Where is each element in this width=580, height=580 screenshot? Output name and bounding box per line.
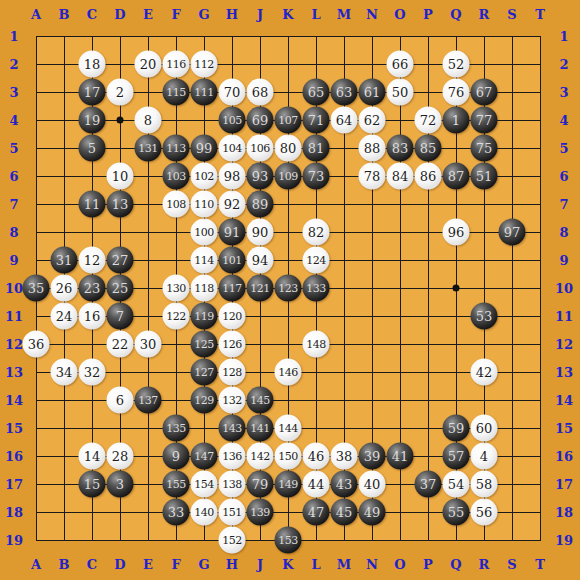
row-label-left-17: 17 [5,478,23,491]
stone-black-g11-move-119[interactable]: 119 [191,303,218,330]
row-label-left-19: 19 [5,534,23,547]
stone-white-b10-move-26[interactable]: 26 [51,275,78,302]
stone-black-c17-move-15[interactable]: 15 [79,471,106,498]
stone-white-r16-move-4[interactable]: 4 [471,443,498,470]
stone-black-b9-move-31[interactable]: 31 [51,247,78,274]
row-label-left-8: 8 [9,226,18,239]
stone-black-d11-move-7[interactable]: 7 [107,303,134,330]
column-label-bottom-o: O [394,558,405,571]
stone-white-g2-move-112[interactable]: 112 [191,51,218,78]
column-label-top-c: C [87,8,97,21]
stone-white-j9-move-94[interactable]: 94 [247,247,274,274]
stone-black-f17-move-155[interactable]: 155 [163,471,190,498]
stone-black-f18-move-33[interactable]: 33 [163,499,190,526]
go-board-screen: 1234567891011121314151617181920222324252… [0,0,580,580]
row-label-right-11: 11 [555,310,573,323]
stone-black-d17-move-3[interactable]: 3 [107,471,134,498]
stone-black-f15-move-135[interactable]: 135 [163,415,190,442]
stone-white-a12-move-36[interactable]: 36 [23,331,50,358]
row-label-right-4: 4 [559,114,568,127]
stone-white-d14-move-6[interactable]: 6 [107,387,134,414]
stone-white-e4-move-8[interactable]: 8 [135,107,162,134]
stone-black-m17-move-43[interactable]: 43 [331,471,358,498]
row-label-right-17: 17 [555,478,573,491]
row-label-left-15: 15 [5,422,23,435]
stone-black-h9-move-101[interactable]: 101 [219,247,246,274]
stone-white-l12-move-148[interactable]: 148 [303,331,330,358]
column-label-bottom-d: D [114,558,125,571]
grid-line-vertical [512,36,513,541]
stone-black-j4-move-69[interactable]: 69 [247,107,274,134]
column-label-top-p: P [423,8,433,21]
row-label-right-14: 14 [555,394,573,407]
stone-white-f11-move-122[interactable]: 122 [163,303,190,330]
stone-white-c2-move-18[interactable]: 18 [79,51,106,78]
stone-white-q17-move-54[interactable]: 54 [443,471,470,498]
stone-black-p17-move-37[interactable]: 37 [415,471,442,498]
stone-white-o3-move-50[interactable]: 50 [387,79,414,106]
stone-white-l8-move-82[interactable]: 82 [303,219,330,246]
stone-black-f16-move-9[interactable]: 9 [163,443,190,470]
column-label-bottom-s: S [507,558,516,571]
stone-white-h6-move-98[interactable]: 98 [219,163,246,190]
stone-white-h14-move-132[interactable]: 132 [219,387,246,414]
column-label-top-e: E [143,8,153,21]
stone-white-c9-move-12[interactable]: 12 [79,247,106,274]
stone-black-k19-move-153[interactable]: 153 [275,527,302,554]
stone-white-h3-move-70[interactable]: 70 [219,79,246,106]
stone-black-g13-move-127[interactable]: 127 [191,359,218,386]
column-label-bottom-g: G [198,558,209,571]
column-label-top-o: O [394,8,405,21]
stone-black-d7-move-13[interactable]: 13 [107,191,134,218]
stone-white-d12-move-22[interactable]: 22 [107,331,134,358]
stone-black-f6-move-103[interactable]: 103 [163,163,190,190]
row-label-right-16: 16 [555,450,573,463]
row-label-left-14: 14 [5,394,23,407]
stone-black-f5-move-113[interactable]: 113 [163,135,190,162]
stone-white-h5-move-104[interactable]: 104 [219,135,246,162]
column-label-bottom-r: R [479,558,490,571]
stone-black-q15-move-59[interactable]: 59 [443,415,470,442]
stone-black-d10-move-25[interactable]: 25 [107,275,134,302]
stone-white-o6-move-84[interactable]: 84 [387,163,414,190]
stone-black-k17-move-149[interactable]: 149 [275,471,302,498]
stone-black-h15-move-143[interactable]: 143 [219,415,246,442]
stone-black-g12-move-125[interactable]: 125 [191,331,218,358]
stone-black-g3-move-111[interactable]: 111 [191,79,218,106]
row-label-left-5: 5 [9,142,18,155]
stone-black-c10-move-23[interactable]: 23 [79,275,106,302]
stone-black-c3-move-17[interactable]: 17 [79,79,106,106]
column-label-top-h: H [226,8,238,21]
stone-white-n6-move-78[interactable]: 78 [359,163,386,190]
stone-white-p6-move-86[interactable]: 86 [415,163,442,190]
stone-white-n4-move-62[interactable]: 62 [359,107,386,134]
stone-black-o16-move-41[interactable]: 41 [387,443,414,470]
column-label-bottom-q: Q [450,558,461,571]
stone-black-j6-move-93[interactable]: 93 [247,163,274,190]
stone-white-l16-move-46[interactable]: 46 [303,443,330,470]
stone-white-g18-move-140[interactable]: 140 [191,499,218,526]
star-point-q10 [453,285,460,292]
stone-black-h8-move-91[interactable]: 91 [219,219,246,246]
column-label-bottom-l: L [311,558,320,571]
stone-black-c4-move-19[interactable]: 19 [79,107,106,134]
stone-white-k13-move-146[interactable]: 146 [275,359,302,386]
go-board[interactable]: 1234567891011121314151617181920222324252… [36,36,541,541]
row-label-right-1: 1 [559,30,568,43]
stone-white-k16-move-150[interactable]: 150 [275,443,302,470]
row-label-left-10: 10 [5,282,23,295]
column-label-bottom-a: A [31,558,41,571]
stone-black-g16-move-147[interactable]: 147 [191,443,218,470]
stone-white-g8-move-100[interactable]: 100 [191,219,218,246]
stone-white-m16-move-38[interactable]: 38 [331,443,358,470]
stone-white-b13-move-34[interactable]: 34 [51,359,78,386]
stone-white-h17-move-138[interactable]: 138 [219,471,246,498]
stone-white-j3-move-68[interactable]: 68 [247,79,274,106]
column-label-bottom-c: C [87,558,97,571]
row-label-left-1: 1 [9,30,18,43]
column-label-bottom-h: H [226,558,238,571]
stone-white-h18-move-151[interactable]: 151 [219,499,246,526]
row-label-left-6: 6 [9,170,18,183]
column-label-bottom-t: T [535,558,545,571]
column-label-top-d: D [114,8,125,21]
stone-white-c11-move-16[interactable]: 16 [79,303,106,330]
stone-white-h7-move-92[interactable]: 92 [219,191,246,218]
stone-white-q3-move-76[interactable]: 76 [443,79,470,106]
stone-black-h10-move-117[interactable]: 117 [219,275,246,302]
row-label-right-18: 18 [555,506,573,519]
stone-black-r4-move-77[interactable]: 77 [471,107,498,134]
stone-black-r3-move-67[interactable]: 67 [471,79,498,106]
row-label-left-2: 2 [9,58,18,71]
stone-black-f3-move-115[interactable]: 115 [163,79,190,106]
stone-white-r18-move-56[interactable]: 56 [471,499,498,526]
stone-white-c13-move-32[interactable]: 32 [79,359,106,386]
stone-white-q8-move-96[interactable]: 96 [443,219,470,246]
stone-white-h13-move-128[interactable]: 128 [219,359,246,386]
stone-black-j18-move-139[interactable]: 139 [247,499,274,526]
column-label-bottom-e: E [143,558,153,571]
stone-black-o5-move-83[interactable]: 83 [387,135,414,162]
stone-black-l5-move-81[interactable]: 81 [303,135,330,162]
stone-black-l6-move-73[interactable]: 73 [303,163,330,190]
row-label-right-5: 5 [559,142,568,155]
stone-black-l3-move-65[interactable]: 65 [303,79,330,106]
row-label-right-2: 2 [559,58,568,71]
column-label-top-n: N [366,8,378,21]
column-label-top-q: Q [450,8,461,21]
stone-white-l17-move-44[interactable]: 44 [303,471,330,498]
stone-black-e5-move-131[interactable]: 131 [135,135,162,162]
stone-white-r17-move-58[interactable]: 58 [471,471,498,498]
row-label-right-15: 15 [555,422,573,435]
stone-black-l10-move-133[interactable]: 133 [303,275,330,302]
column-label-bottom-b: B [59,558,70,571]
stone-white-g6-move-102[interactable]: 102 [191,163,218,190]
stone-black-k6-move-109[interactable]: 109 [275,163,302,190]
column-label-top-m: M [337,8,351,21]
stone-black-j10-move-121[interactable]: 121 [247,275,274,302]
row-label-right-13: 13 [555,366,573,379]
stone-black-j15-move-141[interactable]: 141 [247,415,274,442]
stone-white-h11-move-120[interactable]: 120 [219,303,246,330]
stone-white-q2-move-52[interactable]: 52 [443,51,470,78]
stone-white-d6-move-10[interactable]: 10 [107,163,134,190]
stone-black-a10-move-35[interactable]: 35 [23,275,50,302]
stone-white-c16-move-14[interactable]: 14 [79,443,106,470]
column-label-bottom-f: F [171,558,180,571]
stone-black-n3-move-61[interactable]: 61 [359,79,386,106]
stone-black-e14-move-137[interactable]: 137 [135,387,162,414]
stone-white-k5-move-80[interactable]: 80 [275,135,302,162]
stone-white-f2-move-116[interactable]: 116 [163,51,190,78]
row-label-left-18: 18 [5,506,23,519]
star-point-d4 [117,117,124,124]
stone-black-k10-move-123[interactable]: 123 [275,275,302,302]
stone-white-j16-move-142[interactable]: 142 [247,443,274,470]
stone-black-q18-move-55[interactable]: 55 [443,499,470,526]
stone-white-n5-move-88[interactable]: 88 [359,135,386,162]
column-label-bottom-k: K [282,558,293,571]
stone-black-d9-move-27[interactable]: 27 [107,247,134,274]
stone-white-f10-move-130[interactable]: 130 [163,275,190,302]
column-label-top-r: R [479,8,490,21]
row-label-left-12: 12 [5,338,23,351]
column-label-bottom-p: P [423,558,433,571]
column-label-top-t: T [535,8,545,21]
stone-black-q4-move-1[interactable]: 1 [443,107,470,134]
column-label-top-j: J [257,8,263,21]
stone-black-l18-move-47[interactable]: 47 [303,499,330,526]
row-label-left-7: 7 [9,198,18,211]
row-label-right-6: 6 [559,170,568,183]
row-label-right-7: 7 [559,198,568,211]
column-label-top-f: F [171,8,180,21]
stone-white-r15-move-60[interactable]: 60 [471,415,498,442]
stone-white-g7-move-110[interactable]: 110 [191,191,218,218]
stone-white-h19-move-152[interactable]: 152 [219,527,246,554]
stone-white-e2-move-20[interactable]: 20 [135,51,162,78]
stone-white-o2-move-66[interactable]: 66 [387,51,414,78]
stone-white-h12-move-126[interactable]: 126 [219,331,246,358]
stone-white-h16-move-136[interactable]: 136 [219,443,246,470]
stone-white-j8-move-90[interactable]: 90 [247,219,274,246]
stone-white-g10-move-118[interactable]: 118 [191,275,218,302]
stone-black-h4-move-105[interactable]: 105 [219,107,246,134]
stone-black-c7-move-11[interactable]: 11 [79,191,106,218]
row-label-right-10: 10 [555,282,573,295]
stone-white-n17-move-40[interactable]: 40 [359,471,386,498]
stone-black-r6-move-51[interactable]: 51 [471,163,498,190]
row-label-right-8: 8 [559,226,568,239]
stone-black-n18-move-49[interactable]: 49 [359,499,386,526]
column-label-top-k: K [282,8,293,21]
row-label-right-19: 19 [555,534,573,547]
stone-black-q6-move-87[interactable]: 87 [443,163,470,190]
stone-black-m3-move-63[interactable]: 63 [331,79,358,106]
column-label-bottom-n: N [366,558,378,571]
stone-white-l9-move-124[interactable]: 124 [303,247,330,274]
stone-white-g17-move-154[interactable]: 154 [191,471,218,498]
stone-white-r13-move-42[interactable]: 42 [471,359,498,386]
stone-black-r11-move-53[interactable]: 53 [471,303,498,330]
stone-white-f7-move-108[interactable]: 108 [163,191,190,218]
row-label-right-12: 12 [555,338,573,351]
stone-white-k15-move-144[interactable]: 144 [275,415,302,442]
stone-white-d16-move-28[interactable]: 28 [107,443,134,470]
stone-white-d3-move-2[interactable]: 2 [107,79,134,106]
stone-white-p4-move-72[interactable]: 72 [415,107,442,134]
stone-black-c5-move-5[interactable]: 5 [79,135,106,162]
row-label-left-4: 4 [9,114,18,127]
stone-black-j7-move-89[interactable]: 89 [247,191,274,218]
column-label-top-l: L [311,8,320,21]
stone-black-k4-move-107[interactable]: 107 [275,107,302,134]
stone-black-q16-move-57[interactable]: 57 [443,443,470,470]
stone-white-e12-move-30[interactable]: 30 [135,331,162,358]
row-label-left-11: 11 [5,310,23,323]
column-label-top-a: A [31,8,41,21]
stone-white-g9-move-114[interactable]: 114 [191,247,218,274]
stone-black-l4-move-71[interactable]: 71 [303,107,330,134]
row-label-right-3: 3 [559,86,568,99]
stone-black-g14-move-129[interactable]: 129 [191,387,218,414]
row-label-left-13: 13 [5,366,23,379]
row-label-left-3: 3 [9,86,18,99]
column-label-top-b: B [59,8,70,21]
stone-black-j17-move-79[interactable]: 79 [247,471,274,498]
row-label-left-9: 9 [9,254,18,267]
stone-black-p5-move-85[interactable]: 85 [415,135,442,162]
stone-black-r5-move-75[interactable]: 75 [471,135,498,162]
stone-black-s8-move-97[interactable]: 97 [499,219,526,246]
column-label-bottom-m: M [337,558,351,571]
stone-black-n16-move-39[interactable]: 39 [359,443,386,470]
stone-white-j5-move-106[interactable]: 106 [247,135,274,162]
stone-black-j14-move-145[interactable]: 145 [247,387,274,414]
row-label-right-9: 9 [559,254,568,267]
stone-white-b11-move-24[interactable]: 24 [51,303,78,330]
column-label-bottom-j: J [257,558,263,571]
row-label-left-16: 16 [5,450,23,463]
stone-black-g5-move-99[interactable]: 99 [191,135,218,162]
stone-black-m18-move-45[interactable]: 45 [331,499,358,526]
grid-line-vertical [540,36,541,541]
stone-white-m4-move-64[interactable]: 64 [331,107,358,134]
column-label-top-s: S [507,8,516,21]
column-label-top-g: G [198,8,209,21]
